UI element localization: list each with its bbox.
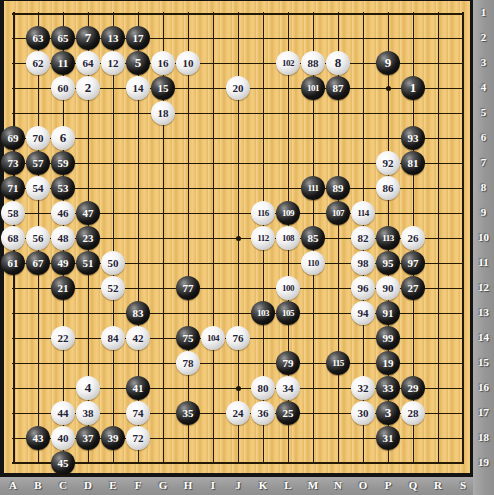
stone-white-24: 24 bbox=[226, 401, 250, 425]
row-label-16: 16 bbox=[473, 381, 494, 393]
stone-white-82: 82 bbox=[351, 226, 375, 250]
row-label-13: 13 bbox=[473, 306, 494, 318]
stone-white-48: 48 bbox=[51, 226, 75, 250]
row-label-8: 8 bbox=[473, 181, 494, 193]
stone-white-114: 114 bbox=[351, 201, 375, 225]
stone-white-94: 94 bbox=[351, 301, 375, 325]
stone-white-36: 36 bbox=[251, 401, 275, 425]
stone-black-1: 1 bbox=[401, 76, 425, 100]
goban[interactable]: 1234567891011121314151617181920212223242… bbox=[0, 0, 473, 477]
stone-white-4: 4 bbox=[76, 376, 100, 400]
stone-black-103: 103 bbox=[251, 301, 275, 325]
stone-white-34: 34 bbox=[276, 376, 300, 400]
col-label-L: L bbox=[278, 479, 298, 491]
stone-black-63: 63 bbox=[26, 26, 50, 50]
stone-black-17: 17 bbox=[126, 26, 150, 50]
col-label-M: M bbox=[303, 479, 323, 491]
row-label-2: 2 bbox=[473, 31, 494, 43]
stone-white-58: 58 bbox=[1, 201, 25, 225]
stone-white-2: 2 bbox=[76, 76, 100, 100]
stone-white-108: 108 bbox=[276, 226, 300, 250]
stone-black-19: 19 bbox=[376, 351, 400, 375]
stone-black-51: 51 bbox=[76, 251, 100, 275]
star-point bbox=[236, 236, 241, 241]
stone-black-85: 85 bbox=[301, 226, 325, 250]
stone-black-97: 97 bbox=[401, 251, 425, 275]
stone-white-10: 10 bbox=[176, 51, 200, 75]
stone-black-71: 71 bbox=[1, 176, 25, 200]
stone-black-39: 39 bbox=[101, 426, 125, 450]
col-label-Q: Q bbox=[403, 479, 423, 491]
col-label-I: I bbox=[203, 479, 223, 491]
col-label-K: K bbox=[253, 479, 273, 491]
stone-black-115: 115 bbox=[326, 351, 350, 375]
row-label-14: 14 bbox=[473, 331, 494, 343]
stone-white-96: 96 bbox=[351, 276, 375, 300]
stone-white-98: 98 bbox=[351, 251, 375, 275]
stone-white-88: 88 bbox=[301, 51, 325, 75]
stone-black-79: 79 bbox=[276, 351, 300, 375]
stone-white-92: 92 bbox=[376, 151, 400, 175]
row-label-17: 17 bbox=[473, 406, 494, 418]
col-label-F: F bbox=[128, 479, 148, 491]
stone-white-40: 40 bbox=[51, 426, 75, 450]
star-point bbox=[236, 386, 241, 391]
stone-white-46: 46 bbox=[51, 201, 75, 225]
stone-black-91: 91 bbox=[376, 301, 400, 325]
col-label-B: B bbox=[28, 479, 48, 491]
stone-white-12: 12 bbox=[101, 51, 125, 75]
stone-black-27: 27 bbox=[401, 276, 425, 300]
stone-black-83: 83 bbox=[126, 301, 150, 325]
row-label-9: 9 bbox=[473, 206, 494, 218]
stone-black-33: 33 bbox=[376, 376, 400, 400]
stone-black-3: 3 bbox=[376, 401, 400, 425]
stone-black-101: 101 bbox=[301, 76, 325, 100]
row-label-11: 11 bbox=[473, 256, 494, 268]
stone-white-38: 38 bbox=[76, 401, 100, 425]
stone-white-80: 80 bbox=[251, 376, 275, 400]
stone-black-21: 21 bbox=[51, 276, 75, 300]
stone-black-43: 43 bbox=[26, 426, 50, 450]
stone-black-75: 75 bbox=[176, 326, 200, 350]
stone-white-90: 90 bbox=[376, 276, 400, 300]
stone-black-69: 69 bbox=[1, 126, 25, 150]
stone-white-68: 68 bbox=[1, 226, 25, 250]
stone-white-6: 6 bbox=[51, 126, 75, 150]
row-label-18: 18 bbox=[473, 431, 494, 443]
col-label-S: S bbox=[453, 479, 473, 491]
stone-black-105: 105 bbox=[276, 301, 300, 325]
row-label-1: 1 bbox=[473, 6, 494, 18]
stone-black-73: 73 bbox=[1, 151, 25, 175]
star-point bbox=[386, 86, 391, 91]
stone-white-100: 100 bbox=[276, 276, 300, 300]
stone-white-8: 8 bbox=[326, 51, 350, 75]
stone-black-11: 11 bbox=[51, 51, 75, 75]
grid-line-horizontal bbox=[12, 462, 464, 464]
col-label-P: P bbox=[378, 479, 398, 491]
stone-black-89: 89 bbox=[326, 176, 350, 200]
stone-white-28: 28 bbox=[401, 401, 425, 425]
stone-white-64: 64 bbox=[76, 51, 100, 75]
row-label-4: 4 bbox=[473, 81, 494, 93]
stone-black-5: 5 bbox=[126, 51, 150, 75]
grid-line-vertical bbox=[462, 12, 464, 464]
stone-white-104: 104 bbox=[201, 326, 225, 350]
grid-line-vertical bbox=[438, 12, 439, 464]
stone-white-86: 86 bbox=[376, 176, 400, 200]
stone-white-110: 110 bbox=[301, 251, 325, 275]
stone-white-44: 44 bbox=[51, 401, 75, 425]
stone-black-13: 13 bbox=[101, 26, 125, 50]
col-label-A: A bbox=[3, 479, 23, 491]
stone-black-35: 35 bbox=[176, 401, 200, 425]
stone-black-15: 15 bbox=[151, 76, 175, 100]
stone-white-62: 62 bbox=[26, 51, 50, 75]
stone-white-84: 84 bbox=[101, 326, 125, 350]
col-label-N: N bbox=[328, 479, 348, 491]
row-label-19: 19 bbox=[473, 456, 494, 468]
stone-black-57: 57 bbox=[26, 151, 50, 175]
go-kifu-diagram: 1234567891011121314151617181920212223242… bbox=[0, 0, 494, 495]
stone-white-16: 16 bbox=[151, 51, 175, 75]
stone-black-77: 77 bbox=[176, 276, 200, 300]
row-label-5: 5 bbox=[473, 106, 494, 118]
stone-white-42: 42 bbox=[126, 326, 150, 350]
stone-black-67: 67 bbox=[26, 251, 50, 275]
col-label-O: O bbox=[353, 479, 373, 491]
stone-black-49: 49 bbox=[51, 251, 75, 275]
stone-white-102: 102 bbox=[276, 51, 300, 75]
row-label-12: 12 bbox=[473, 281, 494, 293]
stone-black-9: 9 bbox=[376, 51, 400, 75]
stone-white-32: 32 bbox=[351, 376, 375, 400]
col-label-R: R bbox=[428, 479, 448, 491]
stone-black-113: 113 bbox=[376, 226, 400, 250]
stone-white-52: 52 bbox=[101, 276, 125, 300]
row-label-10: 10 bbox=[473, 231, 494, 243]
stone-white-72: 72 bbox=[126, 426, 150, 450]
stone-black-109: 109 bbox=[276, 201, 300, 225]
stone-white-26: 26 bbox=[401, 226, 425, 250]
stone-black-45: 45 bbox=[51, 451, 75, 475]
col-label-C: C bbox=[53, 479, 73, 491]
stone-black-111: 111 bbox=[301, 176, 325, 200]
column-coordinate-strip: ABCDEFGHIJKLMNOPQRS bbox=[0, 477, 473, 495]
stone-white-22: 22 bbox=[51, 326, 75, 350]
stone-black-93: 93 bbox=[401, 126, 425, 150]
row-label-7: 7 bbox=[473, 156, 494, 168]
stone-white-60: 60 bbox=[51, 76, 75, 100]
stone-black-53: 53 bbox=[51, 176, 75, 200]
stone-white-78: 78 bbox=[176, 351, 200, 375]
col-label-G: G bbox=[153, 479, 173, 491]
stone-black-29: 29 bbox=[401, 376, 425, 400]
stone-black-61: 61 bbox=[1, 251, 25, 275]
stone-black-31: 31 bbox=[376, 426, 400, 450]
stone-black-95: 95 bbox=[376, 251, 400, 275]
stone-white-18: 18 bbox=[151, 101, 175, 125]
stone-white-50: 50 bbox=[101, 251, 125, 275]
stone-black-65: 65 bbox=[51, 26, 75, 50]
stone-black-87: 87 bbox=[326, 76, 350, 100]
stone-white-70: 70 bbox=[26, 126, 50, 150]
row-label-15: 15 bbox=[473, 356, 494, 368]
stone-white-112: 112 bbox=[251, 226, 275, 250]
stone-white-56: 56 bbox=[26, 226, 50, 250]
stone-white-74: 74 bbox=[126, 401, 150, 425]
row-coordinate-strip: 12345678910111213141516171819 bbox=[473, 0, 494, 495]
stone-black-107: 107 bbox=[326, 201, 350, 225]
col-label-E: E bbox=[103, 479, 123, 491]
stone-white-30: 30 bbox=[351, 401, 375, 425]
stone-black-59: 59 bbox=[51, 151, 75, 175]
stone-black-37: 37 bbox=[76, 426, 100, 450]
stone-black-25: 25 bbox=[276, 401, 300, 425]
stone-black-41: 41 bbox=[126, 376, 150, 400]
stone-black-23: 23 bbox=[76, 226, 100, 250]
stone-black-7: 7 bbox=[76, 26, 100, 50]
col-label-D: D bbox=[78, 479, 98, 491]
stone-white-76: 76 bbox=[226, 326, 250, 350]
stone-black-81: 81 bbox=[401, 151, 425, 175]
row-label-3: 3 bbox=[473, 56, 494, 68]
stone-white-20: 20 bbox=[226, 76, 250, 100]
stone-white-116: 116 bbox=[251, 201, 275, 225]
stone-black-99: 99 bbox=[376, 326, 400, 350]
col-label-J: J bbox=[228, 479, 248, 491]
stone-white-14: 14 bbox=[126, 76, 150, 100]
col-label-H: H bbox=[178, 479, 198, 491]
stone-black-47: 47 bbox=[76, 201, 100, 225]
row-label-6: 6 bbox=[473, 131, 494, 143]
stone-white-54: 54 bbox=[26, 176, 50, 200]
